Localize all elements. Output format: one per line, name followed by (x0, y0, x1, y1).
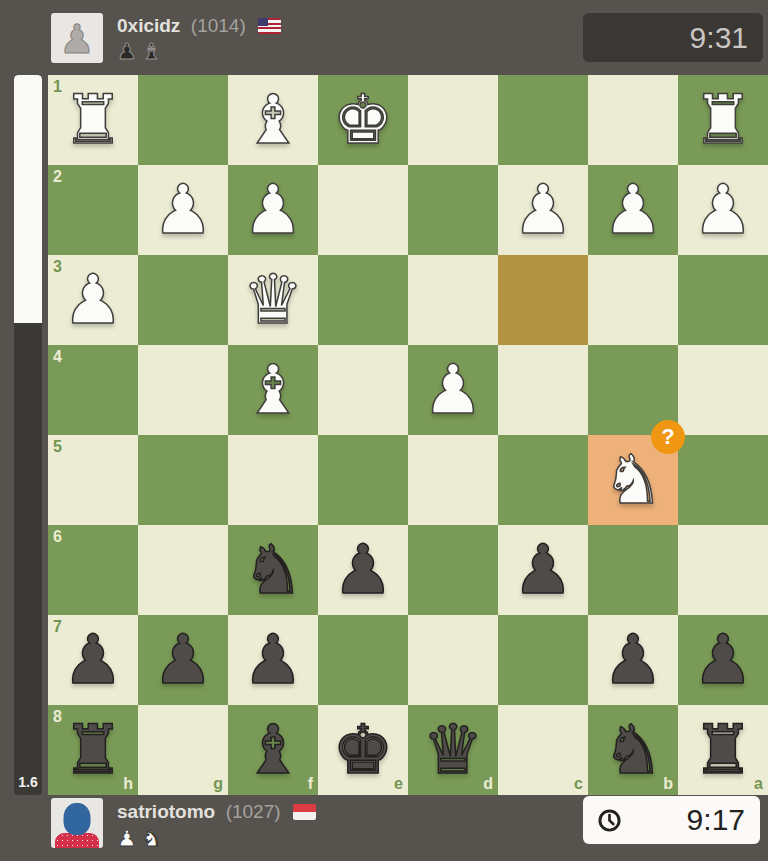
captured-pawn-icon: ♟ (117, 827, 137, 851)
black-rook-piece[interactable]: ♜ (678, 705, 768, 795)
black-pawn-piece[interactable]: ♟ (48, 615, 138, 705)
square-a6[interactable] (678, 525, 768, 615)
square-d6[interactable] (408, 525, 498, 615)
top-player-rating: (1014) (191, 15, 246, 36)
square-f6[interactable]: ♞ (228, 525, 318, 615)
square-b7[interactable]: ♟ (588, 615, 678, 705)
square-c3[interactable] (498, 255, 588, 345)
mistake-badge-icon: ? (651, 420, 685, 454)
file-label-c: c (574, 775, 583, 793)
bottom-player-name[interactable]: satriotomo (117, 801, 215, 822)
square-e2[interactable] (318, 165, 408, 255)
clock-icon (597, 808, 622, 833)
captured-bishop-icon: ♝ (142, 40, 162, 64)
square-c6[interactable]: ♟ (498, 525, 588, 615)
white-rook-piece[interactable]: ♜ (48, 75, 138, 165)
file-label-h: h (123, 775, 133, 793)
square-f2[interactable]: ♟ (228, 165, 318, 255)
indonesia-flag-icon (293, 804, 316, 820)
square-h4[interactable]: 4 (48, 345, 138, 435)
rank-label-7: 7 (53, 618, 62, 636)
file-label-d: d (483, 775, 493, 793)
file-label-g: g (213, 775, 223, 793)
evaluation-bar: 1.6 (14, 75, 42, 795)
file-label-a: a (754, 775, 763, 793)
top-player-name-row: 0xicidz (1014) (117, 14, 281, 38)
square-h1[interactable]: 1♜ (48, 75, 138, 165)
file-label-e: e (394, 775, 403, 793)
white-pawn-piece[interactable]: ♟ (678, 165, 768, 255)
square-b2[interactable]: ♟ (588, 165, 678, 255)
square-g3[interactable] (138, 255, 228, 345)
square-h8[interactable]: 8h♜ (48, 705, 138, 795)
top-player-avatar[interactable]: ♟ (51, 13, 103, 63)
white-king-piece[interactable]: ♚ (318, 75, 408, 165)
square-d2[interactable] (408, 165, 498, 255)
square-f1[interactable]: ♝ (228, 75, 318, 165)
file-label-f: f (308, 775, 313, 793)
square-d7[interactable] (408, 615, 498, 705)
square-a8[interactable]: a♜ (678, 705, 768, 795)
captured-knight-icon: ♞ (142, 827, 162, 851)
square-e7[interactable] (318, 615, 408, 705)
square-g1[interactable] (138, 75, 228, 165)
white-bishop-piece[interactable]: ♝ (228, 75, 318, 165)
square-a1[interactable]: ♜ (678, 75, 768, 165)
white-pawn-piece[interactable]: ♟ (48, 255, 138, 345)
bottom-player-avatar[interactable] (51, 798, 103, 848)
black-pawn-piece[interactable]: ♟ (588, 615, 678, 705)
us-flag-icon (258, 18, 281, 34)
square-c7[interactable] (498, 615, 588, 705)
square-g6[interactable] (138, 525, 228, 615)
square-e6[interactable]: ♟ (318, 525, 408, 615)
rank-label-1: 1 (53, 78, 62, 96)
square-h7[interactable]: 7♟ (48, 615, 138, 705)
square-h5[interactable]: 5 (48, 435, 138, 525)
top-player-clock: 9:31 (583, 13, 763, 62)
black-knight-piece[interactable]: ♞ (228, 525, 318, 615)
square-e8[interactable]: e♚ (318, 705, 408, 795)
rank-label-3: 3 (53, 258, 62, 276)
square-b5[interactable]: ♞? (588, 435, 678, 525)
square-f3[interactable]: ♛ (228, 255, 318, 345)
top-player-captured-tray: ♟♝ (117, 40, 161, 64)
evaluation-bar-white-portion (14, 75, 42, 323)
square-b6[interactable] (588, 525, 678, 615)
avatar-head (64, 803, 91, 835)
black-rook-piece[interactable]: ♜ (48, 705, 138, 795)
square-c5[interactable] (498, 435, 588, 525)
evaluation-value: 1.6 (14, 774, 42, 790)
square-h2[interactable]: 2 (48, 165, 138, 255)
square-h6[interactable]: 6 (48, 525, 138, 615)
square-g2[interactable]: ♟ (138, 165, 228, 255)
bottom-player-rating: (1027) (226, 801, 281, 822)
square-b8[interactable]: b♞ (588, 705, 678, 795)
black-pawn-piece[interactable]: ♟ (138, 615, 228, 705)
bottom-player-captured-tray: ♟♞ (117, 827, 161, 851)
square-a3[interactable] (678, 255, 768, 345)
black-king-piece[interactable]: ♚ (318, 705, 408, 795)
square-e5[interactable] (318, 435, 408, 525)
square-c8[interactable]: c (498, 705, 588, 795)
rank-label-8: 8 (53, 708, 62, 726)
rank-label-5: 5 (53, 438, 62, 456)
square-d3[interactable] (408, 255, 498, 345)
square-g4[interactable] (138, 345, 228, 435)
captured-pawn-icon: ♟ (117, 40, 137, 64)
black-knight-piece[interactable]: ♞ (588, 705, 678, 795)
white-pawn-piece[interactable]: ♟ (588, 165, 678, 255)
black-queen-piece[interactable]: ♛ (408, 705, 498, 795)
white-pawn-piece[interactable]: ♟ (138, 165, 228, 255)
square-f7[interactable]: ♟ (228, 615, 318, 705)
white-rook-piece[interactable]: ♜ (678, 75, 768, 165)
file-label-b: b (663, 775, 673, 793)
black-bishop-piece[interactable]: ♝ (228, 705, 318, 795)
chess-game-screen: ♟ 0xicidz (1014) ♟♝ 9:31 1.6 1♜♝♚♜2♟♟♟♟♟… (0, 0, 768, 861)
white-pawn-piece[interactable]: ♟ (408, 345, 498, 435)
white-pawn-piece[interactable]: ♟ (228, 165, 318, 255)
square-a4[interactable] (678, 345, 768, 435)
black-pawn-piece[interactable]: ♟ (228, 615, 318, 705)
square-b1[interactable] (588, 75, 678, 165)
square-g8[interactable]: g (138, 705, 228, 795)
white-pawn-piece[interactable]: ♟ (498, 165, 588, 255)
square-e4[interactable] (318, 345, 408, 435)
chess-board[interactable]: 1♜♝♚♜2♟♟♟♟♟3♟♛4♝♟5♞?6♞♟♟7♟♟♟♟♟8h♜gf♝e♚d♛… (48, 75, 768, 795)
top-player-name[interactable]: 0xicidz (117, 15, 180, 36)
rank-label-4: 4 (53, 348, 62, 366)
bottom-player-clock: 9:17 (583, 796, 760, 844)
black-pawn-piece[interactable]: ♟ (678, 615, 768, 705)
square-f5[interactable] (228, 435, 318, 525)
square-b3[interactable] (588, 255, 678, 345)
square-g7[interactable]: ♟ (138, 615, 228, 705)
white-queen-piece[interactable]: ♛ (228, 255, 318, 345)
rank-label-2: 2 (53, 168, 62, 186)
square-c1[interactable] (498, 75, 588, 165)
square-a7[interactable]: ♟ (678, 615, 768, 705)
square-a5[interactable] (678, 435, 768, 525)
pawn-avatar-icon: ♟ (51, 13, 103, 63)
square-d4[interactable]: ♟ (408, 345, 498, 435)
square-d5[interactable] (408, 435, 498, 525)
square-e3[interactable] (318, 255, 408, 345)
bottom-player-time: 9:17 (687, 803, 745, 837)
rank-label-6: 6 (53, 528, 62, 546)
white-bishop-piece[interactable]: ♝ (228, 345, 318, 435)
square-f4[interactable]: ♝ (228, 345, 318, 435)
square-h3[interactable]: 3♟ (48, 255, 138, 345)
square-f8[interactable]: f♝ (228, 705, 318, 795)
square-a2[interactable]: ♟ (678, 165, 768, 255)
square-e1[interactable]: ♚ (318, 75, 408, 165)
square-c4[interactable] (498, 345, 588, 435)
bottom-player-name-row: satriotomo (1027) (117, 800, 316, 824)
square-g5[interactable] (138, 435, 228, 525)
square-c2[interactable]: ♟ (498, 165, 588, 255)
black-pawn-piece[interactable]: ♟ (318, 525, 408, 615)
avatar-shirt (55, 833, 99, 848)
square-d1[interactable] (408, 75, 498, 165)
square-d8[interactable]: d♛ (408, 705, 498, 795)
black-pawn-piece[interactable]: ♟ (498, 525, 588, 615)
